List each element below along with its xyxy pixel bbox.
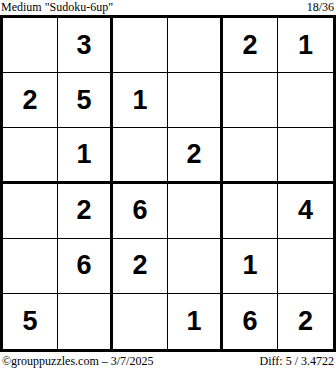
cell-r2c2-given: 5 (58, 73, 113, 128)
cell-r5c6-empty[interactable] (278, 239, 333, 294)
cell-r6c1-given: 5 (3, 294, 58, 349)
cell-r4c2-given: 2 (58, 184, 113, 239)
cell-r4c4-empty[interactable] (168, 184, 223, 239)
cell-r1c3-empty[interactable] (113, 18, 168, 73)
cell-r1c6-given: 1 (278, 18, 333, 73)
cell-r1c1-empty[interactable] (3, 18, 58, 73)
cell-r4c1-empty[interactable] (3, 184, 58, 239)
cell-r2c6-empty[interactable] (278, 73, 333, 128)
footer-copyright: ©grouppuzzles.com – 3/7/2025 (2, 354, 153, 369)
cell-r5c4-empty[interactable] (168, 239, 223, 294)
cell-r6c6-given: 2 (278, 294, 333, 349)
cell-r3c4-given: 2 (168, 128, 223, 183)
cell-r5c5-given: 1 (223, 239, 278, 294)
cell-r3c1-empty[interactable] (3, 128, 58, 183)
progress-count: 18/36 (307, 1, 334, 14)
puzzle-title: Medium "Sudoku-6up" (1, 1, 113, 14)
cell-r1c2-given: 3 (58, 18, 113, 73)
cell-r5c1-empty[interactable] (3, 239, 58, 294)
cell-r6c2-empty[interactable] (58, 294, 113, 349)
header-bar: Medium "Sudoku-6up" 18/36 (0, 0, 336, 15)
cell-r5c2-given: 6 (58, 239, 113, 294)
sudoku-board: 321251122646215162 (0, 15, 336, 352)
cell-r6c4-given: 1 (168, 294, 223, 349)
cell-r1c5-given: 2 (223, 18, 278, 73)
cell-r4c6-given: 4 (278, 184, 333, 239)
cell-r2c5-empty[interactable] (223, 73, 278, 128)
cell-r4c5-empty[interactable] (223, 184, 278, 239)
cell-r3c3-empty[interactable] (113, 128, 168, 183)
cell-r2c4-empty[interactable] (168, 73, 223, 128)
cell-r5c3-given: 2 (113, 239, 168, 294)
footer-difficulty: Diff: 5 / 3.4722 (260, 354, 334, 369)
cell-r2c1-given: 2 (3, 73, 58, 128)
cell-r3c2-given: 1 (58, 128, 113, 183)
cell-r6c5-given: 6 (223, 294, 278, 349)
cell-r4c3-given: 6 (113, 184, 168, 239)
cell-r1c4-empty[interactable] (168, 18, 223, 73)
cell-r3c6-empty[interactable] (278, 128, 333, 183)
cell-r3c5-empty[interactable] (223, 128, 278, 183)
cell-r2c3-given: 1 (113, 73, 168, 128)
footer-bar: ©grouppuzzles.com – 3/7/2025 Diff: 5 / 3… (0, 352, 336, 370)
cell-r6c3-empty[interactable] (113, 294, 168, 349)
